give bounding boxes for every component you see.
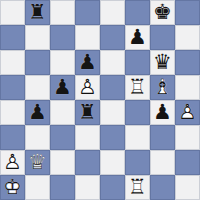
pawn-glyph: ♟ bbox=[25, 100, 50, 125]
square-a3[interactable] bbox=[0, 125, 25, 150]
square-e8[interactable] bbox=[100, 0, 125, 25]
king-glyph: ♚ bbox=[150, 0, 175, 25]
pawn-glyph-fill: ♟ bbox=[0, 150, 25, 175]
square-c5[interactable]: ♟ bbox=[50, 75, 75, 100]
rook-glyph-fill: ♜ bbox=[125, 175, 150, 200]
square-f8[interactable] bbox=[125, 0, 150, 25]
square-d5[interactable]: ♟♙ bbox=[75, 75, 100, 100]
square-h6[interactable] bbox=[175, 50, 200, 75]
black-pawn-f7[interactable]: ♟ bbox=[125, 25, 150, 50]
square-b7[interactable] bbox=[25, 25, 50, 50]
queen-glyph: ♛ bbox=[150, 50, 175, 75]
square-f6[interactable] bbox=[125, 50, 150, 75]
square-b1[interactable] bbox=[25, 175, 50, 200]
square-h2[interactable] bbox=[175, 150, 200, 175]
square-c8[interactable] bbox=[50, 0, 75, 25]
square-g2[interactable] bbox=[150, 150, 175, 175]
square-a5[interactable] bbox=[0, 75, 25, 100]
square-e3[interactable] bbox=[100, 125, 125, 150]
square-f3[interactable] bbox=[125, 125, 150, 150]
white-queen-b2[interactable]: ♛♕ bbox=[25, 150, 50, 175]
square-g8[interactable]: ♚ bbox=[150, 0, 175, 25]
screenshot-stage: ♜♚♟♟♛♟♟♙♜♖♝♗♟♜♟♟♙♟♙♛♕♚♔♜♖ bbox=[0, 0, 200, 200]
square-b5[interactable] bbox=[25, 75, 50, 100]
square-c7[interactable] bbox=[50, 25, 75, 50]
black-queen-g6[interactable]: ♛ bbox=[150, 50, 175, 75]
white-bishop-g5[interactable]: ♝♗ bbox=[150, 75, 175, 100]
white-rook-f1[interactable]: ♜♖ bbox=[125, 175, 150, 200]
square-a6[interactable] bbox=[0, 50, 25, 75]
square-d4[interactable]: ♜ bbox=[75, 100, 100, 125]
king-glyph: ♔ bbox=[0, 175, 25, 200]
square-b2[interactable]: ♛♕ bbox=[25, 150, 50, 175]
pawn-glyph: ♙ bbox=[0, 150, 25, 175]
square-b6[interactable] bbox=[25, 50, 50, 75]
square-b4[interactable]: ♟ bbox=[25, 100, 50, 125]
square-f4[interactable] bbox=[125, 100, 150, 125]
pawn-glyph: ♙ bbox=[175, 100, 200, 125]
pawn-glyph-fill: ♟ bbox=[75, 75, 100, 100]
white-pawn-d5[interactable]: ♟♙ bbox=[75, 75, 100, 100]
black-rook-d4[interactable]: ♜ bbox=[75, 100, 100, 125]
king-glyph-fill: ♚ bbox=[0, 175, 25, 200]
square-a1[interactable]: ♚♔ bbox=[0, 175, 25, 200]
square-e6[interactable] bbox=[100, 50, 125, 75]
square-f1[interactable]: ♜♖ bbox=[125, 175, 150, 200]
square-d1[interactable] bbox=[75, 175, 100, 200]
square-c6[interactable] bbox=[50, 50, 75, 75]
square-g6[interactable]: ♛ bbox=[150, 50, 175, 75]
square-c4[interactable] bbox=[50, 100, 75, 125]
square-a8[interactable] bbox=[0, 0, 25, 25]
pawn-glyph-fill: ♟ bbox=[175, 100, 200, 125]
square-h8[interactable] bbox=[175, 0, 200, 25]
black-king-g8[interactable]: ♚ bbox=[150, 0, 175, 25]
pawn-glyph: ♟ bbox=[50, 75, 75, 100]
square-d6[interactable]: ♟ bbox=[75, 50, 100, 75]
white-king-a1[interactable]: ♚♔ bbox=[0, 175, 25, 200]
square-a4[interactable] bbox=[0, 100, 25, 125]
square-h7[interactable] bbox=[175, 25, 200, 50]
queen-glyph-fill: ♛ bbox=[25, 150, 50, 175]
square-a7[interactable] bbox=[0, 25, 25, 50]
queen-glyph: ♕ bbox=[25, 150, 50, 175]
square-f7[interactable]: ♟ bbox=[125, 25, 150, 50]
square-h1[interactable] bbox=[175, 175, 200, 200]
pawn-glyph: ♙ bbox=[75, 75, 100, 100]
bishop-glyph: ♗ bbox=[150, 75, 175, 100]
square-g1[interactable] bbox=[150, 175, 175, 200]
square-g5[interactable]: ♝♗ bbox=[150, 75, 175, 100]
rook-glyph: ♜ bbox=[25, 0, 50, 25]
square-e7[interactable] bbox=[100, 25, 125, 50]
pawn-glyph: ♟ bbox=[150, 100, 175, 125]
square-c3[interactable] bbox=[50, 125, 75, 150]
square-g3[interactable] bbox=[150, 125, 175, 150]
square-d8[interactable] bbox=[75, 0, 100, 25]
rook-glyph-fill: ♜ bbox=[125, 75, 150, 100]
black-pawn-g4[interactable]: ♟ bbox=[150, 100, 175, 125]
square-h3[interactable] bbox=[175, 125, 200, 150]
white-pawn-h4[interactable]: ♟♙ bbox=[175, 100, 200, 125]
black-pawn-d6[interactable]: ♟ bbox=[75, 50, 100, 75]
square-e5[interactable] bbox=[100, 75, 125, 100]
square-a2[interactable]: ♟♙ bbox=[0, 150, 25, 175]
black-pawn-b4[interactable]: ♟ bbox=[25, 100, 50, 125]
rook-glyph: ♖ bbox=[125, 175, 150, 200]
bishop-glyph-fill: ♝ bbox=[150, 75, 175, 100]
square-h4[interactable]: ♟♙ bbox=[175, 100, 200, 125]
square-e1[interactable] bbox=[100, 175, 125, 200]
square-e4[interactable] bbox=[100, 100, 125, 125]
square-e2[interactable] bbox=[100, 150, 125, 175]
pawn-glyph: ♟ bbox=[75, 50, 100, 75]
square-g4[interactable]: ♟ bbox=[150, 100, 175, 125]
square-g7[interactable] bbox=[150, 25, 175, 50]
square-b3[interactable] bbox=[25, 125, 50, 150]
black-rook-b8[interactable]: ♜ bbox=[25, 0, 50, 25]
square-f2[interactable] bbox=[125, 150, 150, 175]
white-rook-f5[interactable]: ♜♖ bbox=[125, 75, 150, 100]
square-c1[interactable] bbox=[50, 175, 75, 200]
rook-glyph: ♜ bbox=[75, 100, 100, 125]
rook-glyph: ♖ bbox=[125, 75, 150, 100]
pawn-glyph: ♟ bbox=[125, 25, 150, 50]
square-f5[interactable]: ♜♖ bbox=[125, 75, 150, 100]
square-h5[interactable] bbox=[175, 75, 200, 100]
square-d2[interactable] bbox=[75, 150, 100, 175]
white-pawn-a2[interactable]: ♟♙ bbox=[0, 150, 25, 175]
chess-board: ♜♚♟♟♛♟♟♙♜♖♝♗♟♜♟♟♙♟♙♛♕♚♔♜♖ bbox=[0, 0, 200, 200]
square-d3[interactable] bbox=[75, 125, 100, 150]
square-c2[interactable] bbox=[50, 150, 75, 175]
black-pawn-c5[interactable]: ♟ bbox=[50, 75, 75, 100]
square-d7[interactable] bbox=[75, 25, 100, 50]
square-b8[interactable]: ♜ bbox=[25, 0, 50, 25]
